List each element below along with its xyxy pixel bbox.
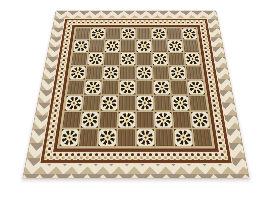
square-g7[interactable] (167, 40, 183, 52)
square-h7[interactable] (183, 40, 199, 52)
square-c5[interactable] (103, 66, 119, 79)
square-b4[interactable] (84, 80, 102, 94)
square-e8[interactable] (136, 28, 151, 39)
square-d3[interactable] (118, 96, 135, 111)
square-a3[interactable] (64, 96, 83, 111)
square-f5[interactable] (153, 66, 169, 79)
square-a8[interactable] (75, 28, 91, 39)
square-e1[interactable] (137, 129, 155, 146)
square-e2[interactable] (137, 112, 155, 128)
inner-frame-rail (52, 24, 220, 152)
square-h4[interactable] (187, 80, 205, 94)
square-e7[interactable] (136, 40, 151, 52)
square-h5[interactable] (186, 66, 203, 79)
square-e5[interactable] (136, 66, 152, 79)
square-a4[interactable] (67, 80, 85, 94)
square-d4[interactable] (119, 80, 135, 94)
square-h6[interactable] (184, 53, 201, 66)
square-h1[interactable] (193, 129, 213, 146)
square-d6[interactable] (120, 53, 135, 66)
square-b5[interactable] (86, 66, 103, 79)
square-b1[interactable] (79, 129, 98, 146)
square-f3[interactable] (154, 96, 172, 111)
grid-margin (56, 26, 217, 149)
square-a6[interactable] (71, 53, 88, 66)
square-b6[interactable] (87, 53, 103, 66)
board-grid (59, 28, 212, 146)
square-g5[interactable] (169, 66, 186, 79)
square-h8[interactable] (182, 28, 198, 39)
square-b8[interactable] (90, 28, 105, 39)
square-f6[interactable] (152, 53, 168, 66)
square-c4[interactable] (102, 80, 119, 94)
square-a5[interactable] (69, 66, 86, 79)
square-c8[interactable] (105, 28, 120, 39)
game-board (22, 11, 249, 179)
square-f8[interactable] (151, 28, 166, 39)
square-c2[interactable] (99, 112, 117, 128)
square-h3[interactable] (189, 96, 208, 111)
square-a1[interactable] (59, 129, 79, 146)
square-b2[interactable] (81, 112, 100, 128)
square-c7[interactable] (105, 40, 120, 52)
square-b7[interactable] (89, 40, 105, 52)
square-d2[interactable] (118, 112, 136, 128)
square-f7[interactable] (152, 40, 167, 52)
square-d7[interactable] (121, 40, 136, 52)
square-g4[interactable] (170, 80, 188, 94)
square-g8[interactable] (167, 28, 182, 39)
square-f1[interactable] (155, 129, 174, 146)
square-f4[interactable] (153, 80, 170, 94)
square-d8[interactable] (121, 28, 136, 39)
square-e6[interactable] (136, 53, 151, 66)
square-a2[interactable] (62, 112, 81, 128)
square-c1[interactable] (98, 129, 117, 146)
square-e4[interactable] (136, 80, 152, 94)
square-f2[interactable] (155, 112, 173, 128)
square-g3[interactable] (171, 96, 189, 111)
outer-frame-rail (39, 18, 233, 164)
diamond-dot-band (44, 20, 229, 160)
square-g1[interactable] (174, 129, 193, 146)
square-c6[interactable] (104, 53, 120, 66)
square-a7[interactable] (73, 40, 89, 52)
square-d5[interactable] (120, 66, 136, 79)
square-h2[interactable] (191, 112, 210, 128)
square-c3[interactable] (100, 96, 118, 111)
square-e3[interactable] (136, 96, 153, 111)
square-b3[interactable] (82, 96, 100, 111)
square-d1[interactable] (117, 129, 135, 146)
square-g2[interactable] (173, 112, 192, 128)
photo-background (0, 0, 267, 200)
square-g6[interactable] (168, 53, 184, 66)
